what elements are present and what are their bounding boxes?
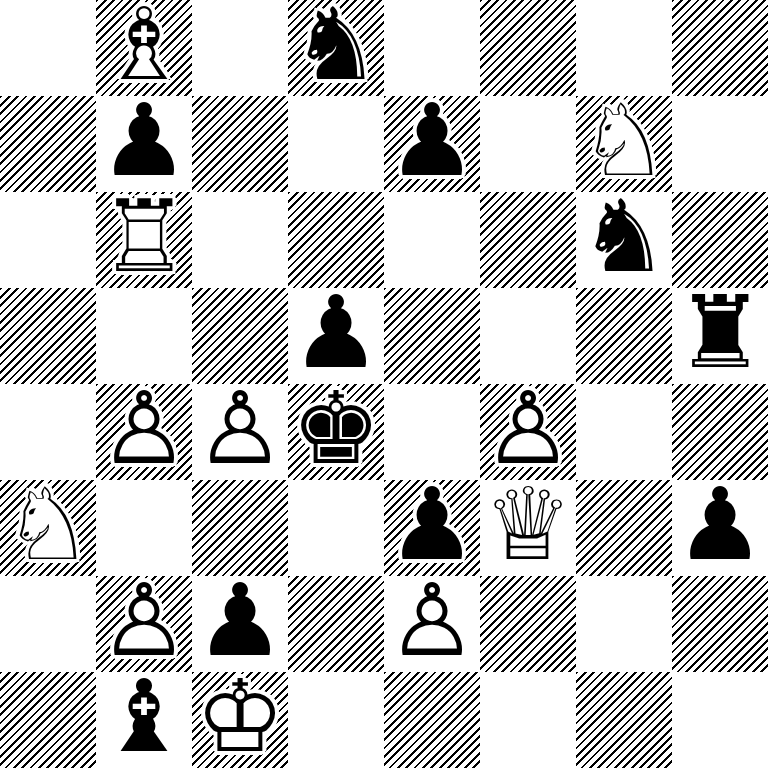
square-g5[interactable] [576,288,672,384]
square-g3[interactable] [576,480,672,576]
piece-outline-glyph: ♙ [96,384,192,480]
piece-outline-glyph: ♖ [96,192,192,288]
white-pawn-piece[interactable]: ♟♙ [384,576,480,672]
piece-outline-glyph: ♘ [0,480,96,576]
square-e2[interactable]: ♟♙ [384,576,480,672]
square-c4[interactable]: ♟♙ [192,384,288,480]
black-pawn-piece[interactable]: ♟ [384,96,480,192]
square-c7[interactable] [192,96,288,192]
square-a5[interactable] [0,288,96,384]
black-bishop-piece[interactable]: ♝ [96,672,192,768]
square-e5[interactable] [384,288,480,384]
piece-fill-glyph: ♞ [576,192,672,288]
square-e1[interactable] [384,672,480,768]
square-f6[interactable] [480,192,576,288]
square-e7[interactable]: ♟ [384,96,480,192]
piece-fill-glyph: ♟ [672,480,768,576]
square-a2[interactable] [0,576,96,672]
square-d4[interactable]: ♚ [288,384,384,480]
square-b1[interactable]: ♝ [96,672,192,768]
piece-fill-glyph: ♝ [96,672,192,768]
black-king-piece[interactable]: ♚ [288,384,384,480]
square-h7[interactable] [672,96,768,192]
black-rook-piece[interactable]: ♜ [672,288,768,384]
square-d1[interactable] [288,672,384,768]
piece-fill-glyph: ♟ [384,96,480,192]
square-f3[interactable]: ♛♕ [480,480,576,576]
black-knight-piece[interactable]: ♞ [576,192,672,288]
square-a8[interactable] [0,0,96,96]
white-pawn-piece[interactable]: ♟♙ [96,384,192,480]
square-g2[interactable] [576,576,672,672]
square-f2[interactable] [480,576,576,672]
piece-fill-glyph: ♚ [288,384,384,480]
piece-outline-glyph: ♙ [384,576,480,672]
square-h8[interactable] [672,0,768,96]
square-b4[interactable]: ♟♙ [96,384,192,480]
square-c1[interactable]: ♚♔ [192,672,288,768]
square-c6[interactable] [192,192,288,288]
square-h2[interactable] [672,576,768,672]
piece-fill-glyph: ♞ [288,0,384,96]
square-a3[interactable]: ♞♘ [0,480,96,576]
square-d2[interactable] [288,576,384,672]
square-d7[interactable] [288,96,384,192]
square-g4[interactable] [576,384,672,480]
square-a6[interactable] [0,192,96,288]
white-rook-piece[interactable]: ♜♖ [96,192,192,288]
square-g1[interactable] [576,672,672,768]
square-c8[interactable] [192,0,288,96]
piece-outline-glyph: ♕ [480,480,576,576]
square-d8[interactable]: ♞ [288,0,384,96]
square-f7[interactable] [480,96,576,192]
black-knight-piece[interactable]: ♞ [288,0,384,96]
square-f1[interactable] [480,672,576,768]
square-h3[interactable]: ♟ [672,480,768,576]
white-pawn-piece[interactable]: ♟♙ [192,384,288,480]
square-d3[interactable] [288,480,384,576]
white-queen-piece[interactable]: ♛♕ [480,480,576,576]
white-king-piece[interactable]: ♚♔ [192,672,288,768]
piece-outline-glyph: ♙ [192,384,288,480]
square-e6[interactable] [384,192,480,288]
piece-outline-glyph: ♔ [192,672,288,768]
square-h5[interactable]: ♜ [672,288,768,384]
square-f8[interactable] [480,0,576,96]
square-a7[interactable] [0,96,96,192]
square-h1[interactable] [672,672,768,768]
chess-board: ♝♗♞♟♟♞♘♜♖♞♟♜♟♙♟♙♚♟♙♞♘♟♛♕♟♟♙♟♟♙♝♚♔ [0,0,768,768]
piece-fill-glyph: ♜ [672,288,768,384]
black-pawn-piece[interactable]: ♟ [672,480,768,576]
square-b6[interactable]: ♜♖ [96,192,192,288]
square-g6[interactable]: ♞ [576,192,672,288]
white-knight-piece[interactable]: ♞♘ [0,480,96,576]
square-a1[interactable] [0,672,96,768]
